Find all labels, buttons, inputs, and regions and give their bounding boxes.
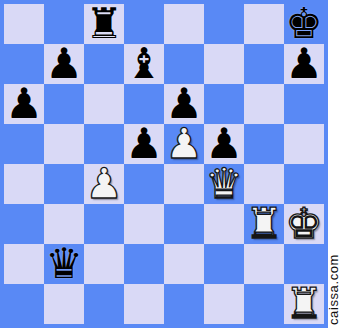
square-g3: ♜ (244, 204, 284, 244)
piece-white-pawn: ♟ (165, 124, 203, 164)
square-e5: ♟ (164, 124, 204, 164)
square-d8 (124, 4, 164, 44)
square-e4 (164, 164, 204, 204)
piece-black-pawn: ♟ (5, 84, 43, 124)
square-b8 (44, 4, 84, 44)
square-g8 (244, 4, 284, 44)
square-d4 (124, 164, 164, 204)
square-d6 (124, 84, 164, 124)
square-c4: ♟ (84, 164, 124, 204)
square-b3 (44, 204, 84, 244)
square-c7 (84, 44, 124, 84)
square-b7: ♟ (44, 44, 84, 84)
square-g1 (244, 284, 284, 324)
square-c2 (84, 244, 124, 284)
square-a3 (4, 204, 44, 244)
square-e8 (164, 4, 204, 44)
square-g7 (244, 44, 284, 84)
square-f6 (204, 84, 244, 124)
square-h5 (284, 124, 324, 164)
square-a7 (4, 44, 44, 84)
piece-black-king: ♚ (285, 4, 323, 44)
square-c5 (84, 124, 124, 164)
square-a5 (4, 124, 44, 164)
square-e6: ♟ (164, 84, 204, 124)
caissa-watermark: caissa.com (328, 254, 340, 328)
square-b2: ♛ (44, 244, 84, 284)
square-g6 (244, 84, 284, 124)
piece-black-pawn: ♟ (165, 84, 203, 124)
square-d2 (124, 244, 164, 284)
square-e7 (164, 44, 204, 84)
square-c1 (84, 284, 124, 324)
square-a8 (4, 4, 44, 44)
square-f8 (204, 4, 244, 44)
square-h4 (284, 164, 324, 204)
square-d1 (124, 284, 164, 324)
square-a6: ♟ (4, 84, 44, 124)
square-h8: ♚ (284, 4, 324, 44)
square-d7: ♝ (124, 44, 164, 84)
piece-white-rook: ♜ (245, 204, 283, 244)
chess-diagram: ♜♚♟♝♟♟♟♟♟♟♟♛♜♚♛♜ caissa.com (0, 0, 340, 328)
square-b1 (44, 284, 84, 324)
piece-black-pawn: ♟ (125, 124, 163, 164)
square-d5: ♟ (124, 124, 164, 164)
square-a2 (4, 244, 44, 284)
piece-black-pawn: ♟ (285, 44, 323, 84)
piece-white-pawn: ♟ (85, 164, 123, 204)
piece-white-king: ♚ (285, 204, 323, 244)
piece-black-queen: ♛ (45, 244, 83, 284)
square-e2 (164, 244, 204, 284)
square-f7 (204, 44, 244, 84)
square-f2 (204, 244, 244, 284)
chess-board: ♜♚♟♝♟♟♟♟♟♟♟♛♜♚♛♜ (0, 0, 328, 328)
square-c8: ♜ (84, 4, 124, 44)
square-g2 (244, 244, 284, 284)
square-b5 (44, 124, 84, 164)
square-a4 (4, 164, 44, 204)
square-e1 (164, 284, 204, 324)
square-c6 (84, 84, 124, 124)
piece-black-bishop: ♝ (125, 44, 163, 84)
piece-white-queen: ♛ (205, 164, 243, 204)
piece-black-pawn: ♟ (45, 44, 83, 84)
square-f4: ♛ (204, 164, 244, 204)
square-d3 (124, 204, 164, 244)
square-h3: ♚ (284, 204, 324, 244)
square-b4 (44, 164, 84, 204)
square-h7: ♟ (284, 44, 324, 84)
piece-black-pawn: ♟ (205, 124, 243, 164)
watermark-strip: caissa.com (328, 0, 340, 328)
square-f1 (204, 284, 244, 324)
square-h2 (284, 244, 324, 284)
square-e3 (164, 204, 204, 244)
square-h1: ♜ (284, 284, 324, 324)
square-a1 (4, 284, 44, 324)
piece-white-rook: ♜ (285, 284, 323, 324)
square-g4 (244, 164, 284, 204)
square-g5 (244, 124, 284, 164)
square-h6 (284, 84, 324, 124)
square-b6 (44, 84, 84, 124)
square-f5: ♟ (204, 124, 244, 164)
piece-black-rook: ♜ (85, 4, 123, 44)
square-c3 (84, 204, 124, 244)
square-f3 (204, 204, 244, 244)
